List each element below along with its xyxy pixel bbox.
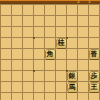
board-cell[interactable] bbox=[78, 82, 89, 93]
shogi-piece-lance[interactable]: 香 bbox=[90, 50, 99, 59]
board-cell[interactable] bbox=[1, 82, 12, 93]
board-cell[interactable] bbox=[89, 93, 100, 100]
shogi-piece-silver[interactable]: 銀 bbox=[68, 72, 77, 81]
shogi-board: 桂角香銀歩馬王 bbox=[0, 4, 100, 100]
file-label-2: 2 bbox=[77, 0, 80, 4]
shogi-piece-king[interactable]: 王 bbox=[90, 83, 99, 92]
board-cell[interactable] bbox=[45, 27, 56, 38]
board-cell[interactable] bbox=[67, 93, 78, 100]
board-cell[interactable] bbox=[67, 38, 78, 49]
board-cell[interactable] bbox=[34, 27, 45, 38]
board-cell[interactable] bbox=[78, 49, 89, 60]
board-cell[interactable] bbox=[12, 82, 23, 93]
board-cell[interactable] bbox=[12, 5, 23, 16]
board-cell[interactable] bbox=[45, 16, 56, 27]
file-label-1: 1 bbox=[88, 0, 91, 4]
board-cell[interactable] bbox=[78, 60, 89, 71]
board-cell[interactable] bbox=[34, 16, 45, 27]
board-cell[interactable] bbox=[45, 38, 56, 49]
board-cell[interactable] bbox=[1, 5, 12, 16]
board-cell[interactable] bbox=[12, 60, 23, 71]
board-cell[interactable] bbox=[12, 16, 23, 27]
board-cell[interactable] bbox=[34, 49, 45, 60]
board-cell[interactable] bbox=[23, 93, 34, 100]
shogi-piece-knight[interactable]: 桂 bbox=[57, 39, 66, 48]
board-cell[interactable] bbox=[78, 93, 89, 100]
board-cell[interactable] bbox=[67, 27, 78, 38]
board-cell[interactable] bbox=[56, 93, 67, 100]
board-cell[interactable] bbox=[67, 5, 78, 16]
board-cell[interactable] bbox=[45, 82, 56, 93]
board-cell[interactable] bbox=[45, 5, 56, 16]
board-cell[interactable] bbox=[23, 49, 34, 60]
board-cell[interactable] bbox=[1, 71, 12, 82]
board-cell[interactable] bbox=[89, 38, 100, 49]
board-cell[interactable] bbox=[78, 16, 89, 27]
board-cell[interactable] bbox=[1, 49, 12, 60]
board-cell[interactable] bbox=[56, 5, 67, 16]
board-cell[interactable] bbox=[23, 16, 34, 27]
board-cell[interactable] bbox=[89, 27, 100, 38]
board-cell[interactable] bbox=[23, 82, 34, 93]
board-cell[interactable] bbox=[56, 82, 67, 93]
board-cell[interactable] bbox=[89, 16, 100, 27]
board-cell[interactable] bbox=[34, 82, 45, 93]
board-cell[interactable] bbox=[56, 16, 67, 27]
board-cell[interactable] bbox=[67, 49, 78, 60]
board-cell[interactable] bbox=[56, 71, 67, 82]
board-cell[interactable] bbox=[12, 93, 23, 100]
board-cell[interactable] bbox=[56, 49, 67, 60]
board-cell[interactable] bbox=[34, 93, 45, 100]
star-point bbox=[66, 70, 68, 72]
board-cell[interactable] bbox=[45, 71, 56, 82]
board-cell[interactable] bbox=[23, 5, 34, 16]
shogi-piece-promoted-bishop[interactable]: 馬 bbox=[68, 83, 77, 92]
board-cell[interactable] bbox=[12, 71, 23, 82]
star-point bbox=[33, 70, 35, 72]
board-cell[interactable] bbox=[89, 60, 100, 71]
board-cell[interactable] bbox=[78, 38, 89, 49]
board-cell[interactable] bbox=[12, 49, 23, 60]
board-cell[interactable] bbox=[67, 16, 78, 27]
board-cell[interactable] bbox=[78, 71, 89, 82]
board-cell[interactable] bbox=[12, 38, 23, 49]
shogi-piece-bishop[interactable]: 角 bbox=[46, 50, 55, 59]
board-cell[interactable] bbox=[23, 38, 34, 49]
board-cell[interactable] bbox=[1, 38, 12, 49]
board-cell[interactable] bbox=[78, 27, 89, 38]
star-point bbox=[66, 37, 68, 39]
board-cell[interactable] bbox=[34, 60, 45, 71]
board-cell[interactable] bbox=[34, 38, 45, 49]
board-cell[interactable] bbox=[45, 60, 56, 71]
shogi-piece-pawn[interactable]: 歩 bbox=[90, 72, 99, 81]
board-cell[interactable] bbox=[1, 16, 12, 27]
board-cell[interactable] bbox=[45, 93, 56, 100]
board-cell[interactable] bbox=[12, 27, 23, 38]
board-cell[interactable] bbox=[1, 60, 12, 71]
board-cell[interactable] bbox=[89, 5, 100, 16]
star-point bbox=[33, 37, 35, 39]
board-cell[interactable] bbox=[34, 71, 45, 82]
board-cell[interactable] bbox=[1, 27, 12, 38]
board-cell[interactable] bbox=[67, 60, 78, 71]
board-cell[interactable] bbox=[34, 5, 45, 16]
board-cell[interactable] bbox=[1, 93, 12, 100]
board-cell[interactable] bbox=[23, 71, 34, 82]
board-cell[interactable] bbox=[78, 5, 89, 16]
shogi-board-widget: 2 1 桂角香銀歩馬王 bbox=[0, 0, 100, 100]
